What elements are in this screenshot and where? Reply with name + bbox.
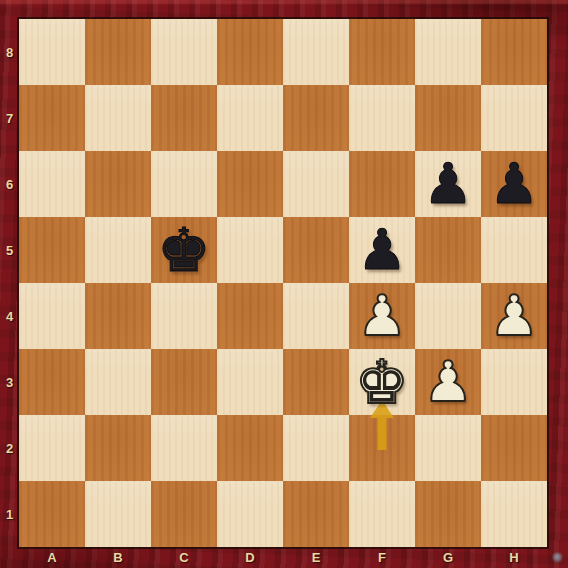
chess-app-window: 87654321 ABCDEFGH ♟♟♚♟♟♟♚♟: [0, 0, 568, 568]
square-b3[interactable]: [85, 349, 151, 415]
square-a3[interactable]: [19, 349, 85, 415]
square-c8[interactable]: [151, 19, 217, 85]
square-h8[interactable]: [481, 19, 547, 85]
square-a2[interactable]: [19, 415, 85, 481]
black-pawn[interactable]: ♟: [415, 151, 481, 217]
square-d1[interactable]: [217, 481, 283, 547]
square-f8[interactable]: [349, 19, 415, 85]
square-d4[interactable]: [217, 283, 283, 349]
square-b4[interactable]: [85, 283, 151, 349]
square-a6[interactable]: [19, 151, 85, 217]
square-e3[interactable]: [283, 349, 349, 415]
square-c1[interactable]: [151, 481, 217, 547]
rank-label-2: 2: [0, 415, 19, 481]
rank-labels: 87654321: [0, 19, 19, 547]
square-b5[interactable]: [85, 217, 151, 283]
square-f1[interactable]: [349, 481, 415, 547]
square-a4[interactable]: [19, 283, 85, 349]
square-h2[interactable]: [481, 415, 547, 481]
board: ♟♟♚♟♟♟♚♟: [19, 19, 547, 547]
square-h6[interactable]: ♟: [481, 151, 547, 217]
square-c6[interactable]: [151, 151, 217, 217]
rank-label-4: 4: [0, 283, 19, 349]
square-b6[interactable]: [85, 151, 151, 217]
square-e6[interactable]: [283, 151, 349, 217]
black-pawn[interactable]: ♟: [349, 217, 415, 283]
file-label-g: G: [415, 547, 481, 568]
square-c2[interactable]: [151, 415, 217, 481]
square-c7[interactable]: [151, 85, 217, 151]
square-h1[interactable]: [481, 481, 547, 547]
square-b7[interactable]: [85, 85, 151, 151]
square-d2[interactable]: [217, 415, 283, 481]
board-grid: ♟♟♚♟♟♟♚♟: [19, 19, 547, 547]
square-a7[interactable]: [19, 85, 85, 151]
white-pawn[interactable]: ♟: [415, 349, 481, 415]
square-d7[interactable]: [217, 85, 283, 151]
square-e7[interactable]: [283, 85, 349, 151]
square-g7[interactable]: [415, 85, 481, 151]
square-g1[interactable]: [415, 481, 481, 547]
file-label-b: B: [85, 547, 151, 568]
square-h4[interactable]: ♟: [481, 283, 547, 349]
square-d6[interactable]: [217, 151, 283, 217]
square-d5[interactable]: [217, 217, 283, 283]
rank-label-3: 3: [0, 349, 19, 415]
square-f2[interactable]: [349, 415, 415, 481]
file-label-h: H: [481, 547, 547, 568]
rank-label-1: 1: [0, 481, 19, 547]
square-b1[interactable]: [85, 481, 151, 547]
resize-handle-icon[interactable]: [553, 553, 562, 562]
square-g8[interactable]: [415, 19, 481, 85]
square-f6[interactable]: [349, 151, 415, 217]
square-c4[interactable]: [151, 283, 217, 349]
file-label-d: D: [217, 547, 283, 568]
square-b8[interactable]: [85, 19, 151, 85]
file-label-e: E: [283, 547, 349, 568]
black-king[interactable]: ♚: [151, 217, 217, 283]
file-labels: ABCDEFGH: [19, 547, 547, 568]
square-e2[interactable]: [283, 415, 349, 481]
rank-label-5: 5: [0, 217, 19, 283]
square-b2[interactable]: [85, 415, 151, 481]
square-f7[interactable]: [349, 85, 415, 151]
square-f5[interactable]: ♟: [349, 217, 415, 283]
square-h7[interactable]: [481, 85, 547, 151]
square-e8[interactable]: [283, 19, 349, 85]
square-d3[interactable]: [217, 349, 283, 415]
white-pawn[interactable]: ♟: [481, 283, 547, 349]
rank-label-6: 6: [0, 151, 19, 217]
square-h3[interactable]: [481, 349, 547, 415]
square-e4[interactable]: [283, 283, 349, 349]
square-c5[interactable]: ♚: [151, 217, 217, 283]
square-f3[interactable]: ♚: [349, 349, 415, 415]
black-pawn[interactable]: ♟: [481, 151, 547, 217]
square-g4[interactable]: [415, 283, 481, 349]
square-f4[interactable]: ♟: [349, 283, 415, 349]
white-king[interactable]: ♚: [349, 349, 415, 415]
square-e1[interactable]: [283, 481, 349, 547]
square-d8[interactable]: [217, 19, 283, 85]
square-h5[interactable]: [481, 217, 547, 283]
square-e5[interactable]: [283, 217, 349, 283]
rank-label-8: 8: [0, 19, 19, 85]
white-pawn[interactable]: ♟: [349, 283, 415, 349]
rank-label-7: 7: [0, 85, 19, 151]
square-g3[interactable]: ♟: [415, 349, 481, 415]
square-g6[interactable]: ♟: [415, 151, 481, 217]
file-label-f: F: [349, 547, 415, 568]
square-c3[interactable]: [151, 349, 217, 415]
square-g2[interactable]: [415, 415, 481, 481]
square-a5[interactable]: [19, 217, 85, 283]
square-a1[interactable]: [19, 481, 85, 547]
file-label-c: C: [151, 547, 217, 568]
square-a8[interactable]: [19, 19, 85, 85]
square-g5[interactable]: [415, 217, 481, 283]
file-label-a: A: [19, 547, 85, 568]
